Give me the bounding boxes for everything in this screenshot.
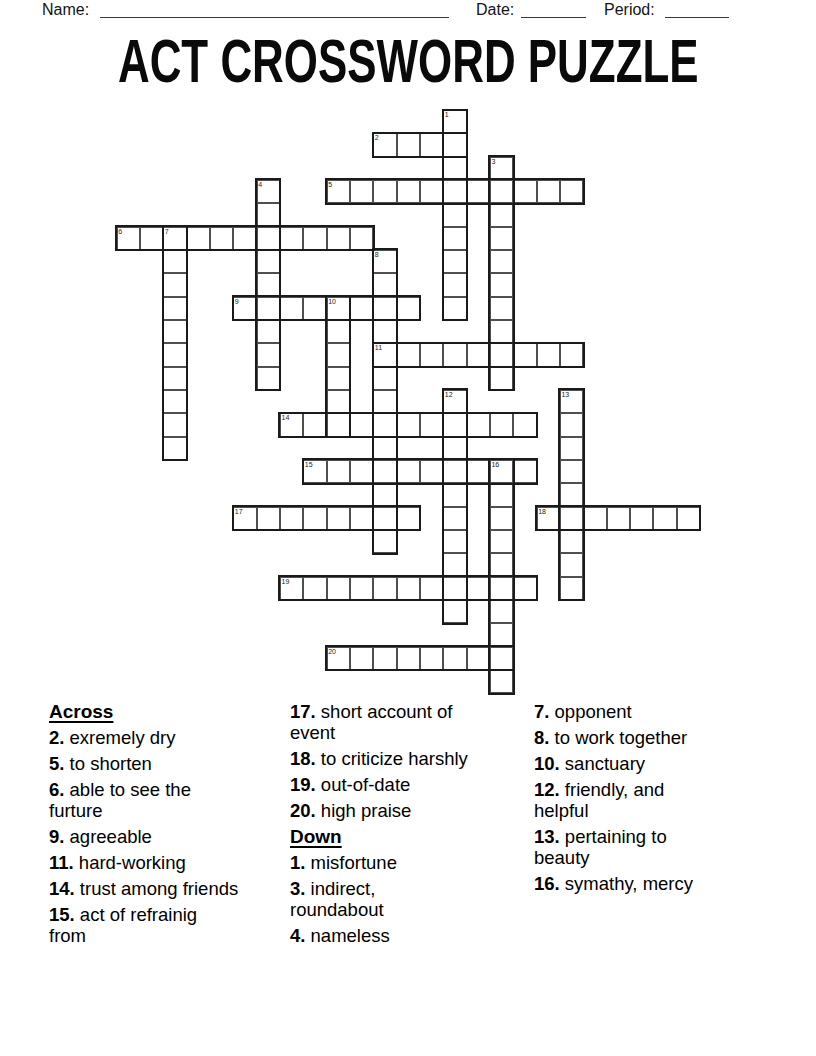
grid-cell[interactable] [443,250,466,273]
grid-cell[interactable] [420,413,443,436]
grid-cell[interactable] [163,437,186,460]
grid-cell[interactable] [163,320,186,343]
grid-cell[interactable] [443,460,466,483]
grid-cell[interactable] [560,437,583,460]
grid-cell[interactable] [443,530,466,553]
grid-cell[interactable] [397,577,420,600]
name-blank-line[interactable] [100,2,449,18]
grid-cell[interactable] [257,367,280,390]
clue-text: misfortune [311,852,397,873]
grid-cell[interactable] [490,623,513,646]
grid-cell[interactable] [327,367,350,390]
grid-cell[interactable] [257,273,280,296]
grid-cell[interactable] [443,483,466,506]
name-label: Name: [42,1,89,19]
grid-cell[interactable] [163,390,186,413]
clue-number: 14. [49,878,75,899]
grid-cell[interactable] [560,577,583,600]
grid-cell[interactable] [257,297,280,320]
clue-14: 14. trust among friends [49,878,283,899]
grid-cell[interactable] [350,647,373,670]
grid-cell[interactable] [327,577,350,600]
grid-cell[interactable] [397,180,420,203]
crossword-grid: 1234567891011121314151617181920 [117,110,700,693]
clue-number: 12. [534,779,560,800]
clue-text: hard-working [79,852,186,873]
grid-cell[interactable] [560,553,583,576]
grid-cell[interactable] [467,460,490,483]
grid-cell[interactable] [537,507,560,530]
grid-cell[interactable] [373,647,396,670]
clue-18: 18. to criticize harshly [290,748,530,769]
grid-cell[interactable] [163,343,186,366]
grid-cell[interactable] [513,460,536,483]
clue-text: nameless [311,925,390,946]
grid-cell[interactable] [327,227,350,250]
clue-2: 2. exremely dry [49,727,283,748]
grid-cell[interactable] [397,297,420,320]
clue-number: 17. [290,701,316,722]
clue-text: sanctuary [565,753,645,774]
clue-number: 11. [49,852,74,873]
grid-cell[interactable] [303,460,326,483]
grid-cell[interactable] [233,297,256,320]
grid-cell[interactable] [280,227,303,250]
clue-number: 3. [290,878,305,899]
grid-cell[interactable] [327,647,350,670]
grid-cell[interactable] [490,670,513,693]
grid-cell[interactable] [513,413,536,436]
grid-cell[interactable] [373,133,396,156]
grid-cell[interactable] [630,507,653,530]
grid-cell[interactable] [257,343,280,366]
grid-cell[interactable] [443,647,466,670]
grid-cell[interactable] [443,343,466,366]
grid-cell[interactable] [490,530,513,553]
grid-cell[interactable] [397,343,420,366]
grid-cell[interactable] [467,180,490,203]
grid-cell[interactable] [443,413,466,436]
grid-cell[interactable] [490,647,513,670]
grid-cell[interactable] [327,390,350,413]
grid-cell[interactable] [653,507,676,530]
grid-cell[interactable] [257,507,280,530]
grid-cell[interactable] [490,413,513,436]
grid-cell[interactable] [163,273,186,296]
grid-cell[interactable] [513,343,536,366]
clue-17: 17. short account of event [290,701,530,743]
grid-cell[interactable] [677,507,700,530]
clue-13: 13. pertaining to beauty [534,826,780,868]
clue-number: 18. [290,748,316,769]
clue-text: able to see the furture [49,779,191,821]
grid-cell[interactable] [350,507,373,530]
grid-cell[interactable] [467,577,490,600]
clue-text: to shorten [70,753,152,774]
grid-cell[interactable] [490,343,513,366]
grid-cell[interactable] [373,320,396,343]
clue-7: 7. opponent [534,701,780,722]
clue-number: 5. [49,753,64,774]
grid-cell[interactable] [350,180,373,203]
clue-text: to work together [555,727,688,748]
grid-cell[interactable] [490,180,513,203]
clue-number: 6. [49,779,64,800]
grid-cell[interactable] [443,133,466,156]
grid-cell[interactable] [420,577,443,600]
grid-cell[interactable] [513,577,536,600]
grid-cell[interactable] [490,600,513,623]
clue-number: 2. [49,727,64,748]
clue-1: 1. misfortune [290,852,530,873]
grid-cell[interactable] [257,320,280,343]
clue-column-3: 7. opponent8. to work together10. sanctu… [534,701,780,899]
grid-cell[interactable] [490,320,513,343]
grid-cell[interactable] [280,297,303,320]
grid-cell[interactable] [280,577,303,600]
grid-cell[interactable] [467,647,490,670]
clue-4: 4. nameless [290,925,530,946]
grid-cell[interactable] [443,390,466,413]
grid-cell[interactable] [443,203,466,226]
grid-cell[interactable] [280,507,303,530]
grid-cell[interactable] [187,227,210,250]
clue-11: 11. hard-working [49,852,283,873]
clue-8: 8. to work together [534,727,780,748]
clue-15: 15. act of refrainig from [49,904,283,946]
grid-cell[interactable] [373,367,396,390]
grid-cell[interactable] [327,460,350,483]
grid-cell[interactable] [117,227,140,250]
grid-cell[interactable] [397,413,420,436]
grid-cell[interactable] [397,133,420,156]
grid-cell[interactable] [163,250,186,273]
grid-cell[interactable] [560,507,583,530]
grid-cell[interactable] [257,250,280,273]
grid-cell[interactable] [350,577,373,600]
date-blank-line[interactable] [521,2,586,18]
worksheet-page: Name: Date: Period: ACT CROSSWORD PUZZLE… [0,0,816,1056]
grid-cell[interactable] [420,133,443,156]
clue-text: to criticize harshly [321,748,468,769]
grid-cell[interactable] [303,507,326,530]
grid-cell[interactable] [513,180,536,203]
clue-12: 12. friendly, and helpful [534,779,780,821]
grid-cell[interactable] [490,227,513,250]
clue-number: 9. [49,826,64,847]
grid-cell[interactable] [163,297,186,320]
grid-cell[interactable] [490,507,513,530]
clue-number: 20. [290,800,316,821]
grid-cell[interactable] [373,250,396,273]
grid-cell[interactable] [490,460,513,483]
clue-text: agreeable [70,826,152,847]
clue-number: 1. [290,852,305,873]
clue-3: 3. indirect, roundabout [290,878,530,920]
grid-cell[interactable] [490,367,513,390]
clue-number: 13. [534,826,560,847]
period-label: Period: [604,1,655,19]
grid-cell[interactable] [140,227,163,250]
grid-cell[interactable] [233,507,256,530]
grid-cell[interactable] [560,460,583,483]
clue-text: opponent [555,701,632,722]
grid-cell[interactable] [303,577,326,600]
grid-cell[interactable] [233,227,256,250]
grid-cell[interactable] [373,297,396,320]
grid-cell[interactable] [327,297,350,320]
grid-cell[interactable] [327,343,350,366]
grid-cell[interactable] [327,507,350,530]
clue-16: 16. symathy, mercy [534,873,780,894]
grid-cell[interactable] [560,483,583,506]
grid-cell[interactable] [350,227,373,250]
grid-cell[interactable] [537,180,560,203]
grid-cell[interactable] [373,437,396,460]
clue-number: 19. [290,774,316,795]
grid-cell[interactable] [163,227,186,250]
page-title: ACT CROSSWORD PUZZLE [118,31,699,92]
grid-cell[interactable] [373,530,396,553]
clue-text: high praise [321,800,412,821]
clue-19: 19. out-of-date [290,774,530,795]
grid-cell[interactable] [443,180,466,203]
grid-cell[interactable] [327,320,350,343]
grid-cell[interactable] [373,180,396,203]
grid-cell[interactable] [443,507,466,530]
grid-cell[interactable] [490,250,513,273]
grid-cell[interactable] [537,343,560,366]
clue-text: exremely dry [70,727,176,748]
across-heading: Across [49,701,283,722]
clue-10: 10. sanctuary [534,753,780,774]
grid-cell[interactable] [490,203,513,226]
grid-cell[interactable] [397,507,420,530]
grid-cell[interactable] [467,343,490,366]
grid-cell[interactable] [280,413,303,436]
grid-cell[interactable] [373,413,396,436]
grid-cell[interactable] [163,367,186,390]
grid-cell[interactable] [443,297,466,320]
grid-cell[interactable] [490,553,513,576]
grid-cell[interactable] [560,413,583,436]
grid-cell[interactable] [443,553,466,576]
clue-number: 4. [290,925,305,946]
grid-cell[interactable] [443,600,466,623]
clue-5: 5. to shorten [49,753,283,774]
grid-cell[interactable] [303,297,326,320]
title-wrap: ACT CROSSWORD PUZZLE [0,31,816,103]
grid-cell[interactable] [350,413,373,436]
clue-6: 6. able to see the furture [49,779,283,821]
clue-text: trust among friends [80,878,238,899]
grid-cell[interactable] [373,390,396,413]
grid-cell[interactable] [420,180,443,203]
grid-cell[interactable] [560,390,583,413]
grid-cell[interactable] [397,647,420,670]
grid-cell[interactable] [327,180,350,203]
grid-cell[interactable] [607,507,630,530]
grid-cell[interactable] [490,577,513,600]
clue-text: symathy, mercy [565,873,693,894]
clue-text: indirect, roundabout [290,878,384,920]
grid-cell[interactable] [560,343,583,366]
grid-cell[interactable] [490,273,513,296]
grid-cell[interactable] [490,297,513,320]
period-blank-line[interactable] [665,2,729,18]
clue-column-1: Across2. exremely dry5. to shorten6. abl… [49,701,283,951]
grid-cell[interactable] [373,507,396,530]
down-heading: Down [290,826,530,847]
grid-cell[interactable] [373,460,396,483]
grid-cell[interactable] [303,413,326,436]
grid-cell[interactable] [350,460,373,483]
grid-cell[interactable] [443,110,466,133]
grid-cell[interactable] [397,460,420,483]
grid-cell[interactable] [443,227,466,250]
grid-cell[interactable] [257,227,280,250]
grid-cell[interactable] [420,460,443,483]
grid-cell[interactable] [443,157,466,180]
grid-cell[interactable] [373,343,396,366]
grid-cell[interactable] [327,413,350,436]
grid-cell[interactable] [420,343,443,366]
grid-cell[interactable] [373,273,396,296]
grid-cell[interactable] [443,437,466,460]
clue-text: out-of-date [321,774,410,795]
grid-cell[interactable] [443,273,466,296]
grid-cell[interactable] [373,483,396,506]
clue-number: 10. [534,753,560,774]
clue-number: 16. [534,873,560,894]
grid-cell[interactable] [490,483,513,506]
clue-number: 15. [49,904,75,925]
clue-number: 7. [534,701,549,722]
grid-cell[interactable] [583,507,606,530]
clue-20: 20. high praise [290,800,530,821]
grid-cell[interactable] [443,577,466,600]
grid-cell[interactable] [350,297,373,320]
grid-cell[interactable] [560,530,583,553]
grid-cell[interactable] [303,227,326,250]
date-label: Date: [476,1,514,19]
grid-cell[interactable] [373,577,396,600]
grid-cell[interactable] [257,180,280,203]
grid-cell[interactable] [490,157,513,180]
clue-number: 8. [534,727,549,748]
grid-cell[interactable] [210,227,233,250]
grid-cell[interactable] [420,647,443,670]
grid-cell[interactable] [560,180,583,203]
grid-cell[interactable] [163,413,186,436]
grid-cell[interactable] [257,203,280,226]
grid-cell[interactable] [467,413,490,436]
clue-9: 9. agreeable [49,826,283,847]
clue-column-2: 17. short account of event18. to critici… [290,701,530,951]
